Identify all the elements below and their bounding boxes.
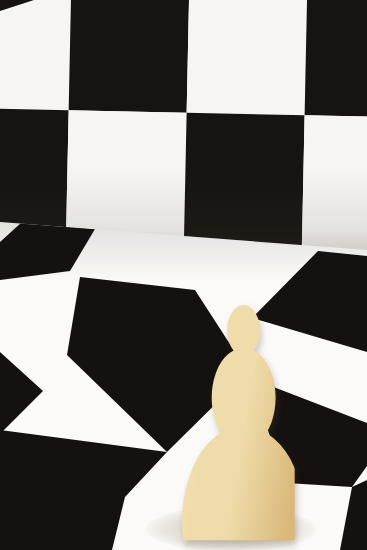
wall-square [66, 110, 187, 244]
wall-board [0, 0, 367, 252]
wall-square [0, 0, 71, 110]
wall-square [302, 115, 367, 249]
wall-square [305, 0, 367, 118]
wall-square [187, 0, 308, 115]
wall-square [184, 113, 305, 247]
white-pawn-e4[interactable]: ♟ [111, 268, 335, 550]
pawn-glyph: ♟ [151, 268, 294, 550]
wall-square [0, 108, 69, 242]
chess-photo-scene: ♟ [0, 0, 367, 550]
wall-square [69, 0, 190, 113]
